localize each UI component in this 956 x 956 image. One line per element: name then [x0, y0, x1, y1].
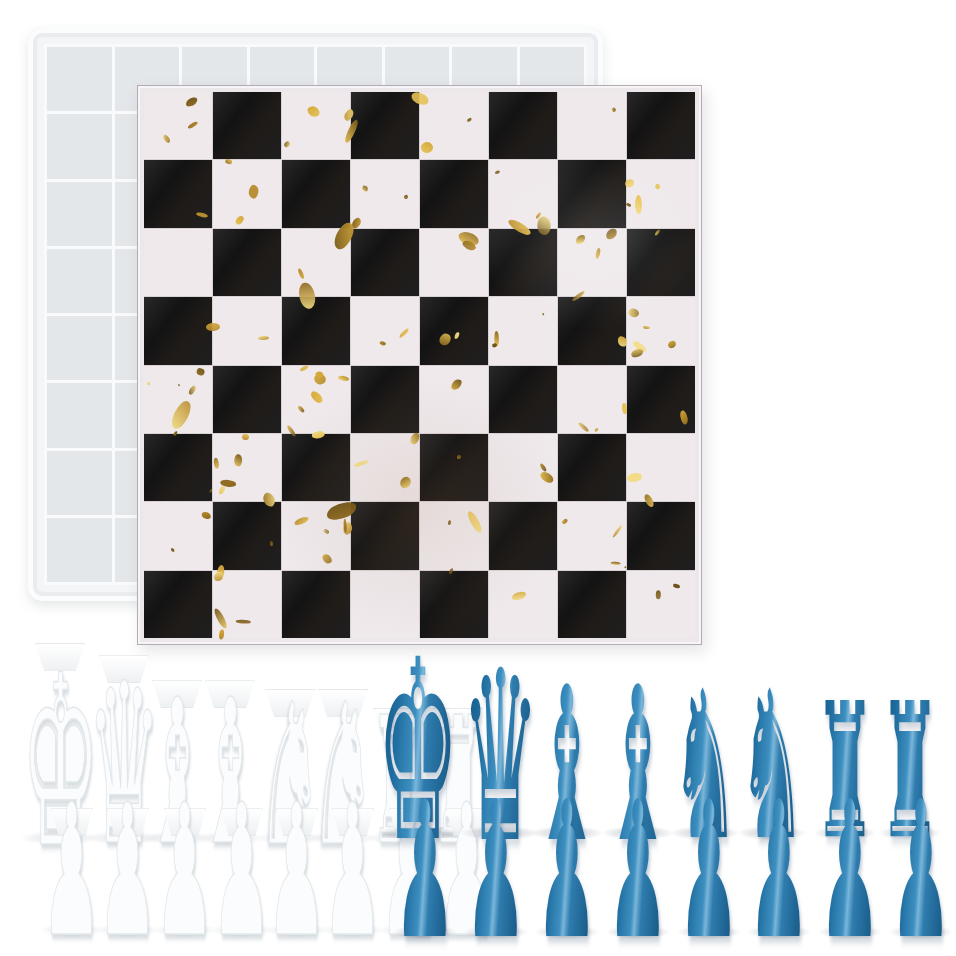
piece-shadow	[21, 831, 100, 845]
piece-shadow	[536, 925, 599, 939]
piece-blue-knight: ♞	[712, 681, 832, 833]
mold-pour-spout-icon	[446, 808, 488, 836]
chess-pawn-glyph-icon: ♟	[98, 780, 159, 956]
mold-pour-spout-icon	[99, 655, 149, 683]
piece-blue-bishop: ♝	[578, 675, 698, 833]
chess-board	[137, 85, 702, 645]
piece-white-mold-queen: ♛	[64, 673, 184, 838]
piece-shadow	[394, 925, 457, 939]
board-square-dark	[420, 571, 488, 638]
piece-shadow	[890, 925, 953, 939]
piece-blue-bishop: ♝	[507, 675, 627, 833]
mold-pour-spout-icon	[164, 808, 206, 836]
board-square-dark	[627, 366, 695, 433]
board-square-light	[489, 160, 557, 227]
mold-tray-cell	[47, 383, 112, 447]
board-square-dark	[213, 229, 281, 296]
board-square-dark	[144, 571, 212, 638]
piece-white-mold-pawn: ♟	[293, 795, 413, 930]
piece-blue-pawn: ♟	[507, 792, 627, 932]
piece-shadow	[197, 831, 264, 845]
piece-blue-pawn: ♟	[436, 792, 556, 932]
board-square-light	[144, 229, 212, 296]
board-square-light	[213, 571, 281, 638]
mold-pour-spout-icon	[51, 808, 93, 836]
board-square-light	[558, 229, 626, 296]
piece-blue-pawn: ♟	[719, 792, 839, 932]
chess-pawn-glyph-icon: ♟	[155, 780, 216, 956]
board-square-light	[213, 434, 281, 501]
board-square-light	[144, 502, 212, 569]
piece-shadow	[258, 831, 323, 845]
piece-blue-pawn: ♟	[649, 792, 769, 932]
chess-pawn-glyph-icon: ♟	[678, 777, 741, 956]
board-square-light	[627, 434, 695, 501]
mold-tray-cell	[47, 249, 112, 313]
board-square-light	[351, 571, 419, 638]
board-square-dark	[282, 160, 350, 227]
board-square-light	[213, 297, 281, 364]
piece-shadow	[607, 925, 670, 939]
chess-bishop-glyph-icon: ♝	[144, 674, 210, 874]
chess-pawn-glyph-icon: ♟	[819, 777, 882, 956]
piece-shadow	[323, 923, 384, 937]
piece-shadow	[212, 923, 273, 937]
chess-king-glyph-icon: ♚	[21, 644, 99, 880]
mold-pour-spout-icon	[221, 808, 263, 836]
piece-shadow	[42, 923, 103, 937]
board-square-light	[420, 92, 488, 159]
mold-pour-spout-icon	[318, 689, 368, 717]
mold-pour-spout-icon	[205, 680, 255, 708]
board-square-dark	[558, 297, 626, 364]
piece-shadow	[671, 826, 739, 840]
board-square-light	[420, 229, 488, 296]
piece-white-mold-pawn: ♟	[12, 795, 132, 930]
board-square-light	[213, 160, 281, 227]
mold-pour-spout-icon	[152, 680, 202, 708]
piece-shadow	[380, 923, 441, 937]
board-square-light	[144, 92, 212, 159]
chess-pawn-glyph-icon: ♟	[607, 777, 670, 956]
chess-queen-glyph-icon: ♛	[461, 639, 539, 875]
mold-pour-spout-icon	[373, 708, 423, 736]
piece-shadow	[603, 826, 674, 840]
chess-pawn-glyph-icon: ♟	[437, 780, 498, 956]
board-square-dark	[144, 434, 212, 501]
chess-queen-glyph-icon: ♛	[87, 655, 161, 878]
mold-tray-cell	[47, 47, 112, 111]
mold-pour-spout-icon	[35, 643, 85, 671]
board-square-dark	[420, 160, 488, 227]
board-square-light	[282, 229, 350, 296]
board-square-dark	[144, 297, 212, 364]
piece-blue-king: ♚	[358, 648, 478, 833]
piece-blue-knight: ♞	[645, 681, 765, 833]
board-square-light	[282, 502, 350, 569]
chess-pawn-glyph-icon: ♟	[380, 780, 441, 956]
board-square-light	[282, 92, 350, 159]
board-square-dark	[351, 92, 419, 159]
piece-blue-rook: ♜	[850, 695, 956, 833]
chess-pawn-glyph-icon: ♟	[323, 780, 384, 956]
board-square-light	[420, 502, 488, 569]
piece-shadow	[311, 831, 376, 845]
piece-white-mold-bishop: ♝	[117, 690, 237, 838]
piece-shadow	[267, 923, 328, 937]
piece-blue-pawn: ♟	[365, 792, 485, 932]
mold-pour-spout-icon	[433, 708, 483, 736]
piece-shadow	[738, 826, 806, 840]
chess-pawn-glyph-icon: ♟	[536, 777, 599, 956]
piece-shadow	[819, 925, 882, 939]
piece-white-mold-rook: ♜	[338, 708, 458, 838]
mold-tray-cell	[47, 114, 112, 178]
piece-shadow	[429, 831, 488, 845]
piece-blue-pawn: ♟	[790, 792, 910, 932]
board-square-light	[282, 366, 350, 433]
board-square-dark	[351, 229, 419, 296]
chess-knight-glyph-icon: ♞	[311, 677, 376, 873]
piece-white-mold-king: ♚	[0, 663, 120, 838]
chess-rook-glyph-icon: ♜	[429, 694, 487, 870]
board-square-dark	[420, 434, 488, 501]
piece-shadow	[369, 831, 428, 845]
board-square-dark	[558, 434, 626, 501]
board-square-light	[489, 571, 557, 638]
board-square-dark	[213, 502, 281, 569]
chess-king-glyph-icon: ♚	[377, 628, 460, 878]
piece-white-mold-pawn: ♟	[237, 795, 357, 930]
board-square-dark	[627, 229, 695, 296]
piece-shadow	[748, 925, 811, 939]
product-photo-stage: ♚♛♝♝♞♞♜♜♟♟♟♟♟♟♟♟♚♛♝♝♞♞♜♜♟♟♟♟♟♟♟♟	[0, 0, 956, 956]
board-square-dark	[213, 92, 281, 159]
chess-pawn-glyph-icon: ♟	[748, 777, 811, 956]
piece-shadow	[155, 923, 216, 937]
piece-shadow	[437, 923, 498, 937]
chess-board-grid	[144, 92, 695, 638]
board-square-light	[144, 366, 212, 433]
piece-shadow	[87, 831, 161, 845]
board-square-dark	[489, 229, 557, 296]
chess-knight-glyph-icon: ♞	[671, 664, 739, 869]
board-square-dark	[144, 160, 212, 227]
piece-blue-pawn: ♟	[578, 792, 698, 932]
piece-blue-queen: ♛	[440, 658, 560, 833]
chess-bishop-glyph-icon: ♝	[603, 658, 674, 871]
piece-shadow	[98, 923, 159, 937]
piece-white-mold-pawn: ♟	[350, 795, 470, 930]
board-square-dark	[627, 92, 695, 159]
board-square-light	[489, 297, 557, 364]
board-square-dark	[489, 502, 557, 569]
board-square-light	[351, 297, 419, 364]
piece-shadow	[461, 826, 540, 840]
chess-knight-glyph-icon: ♞	[258, 677, 323, 873]
board-square-light	[558, 366, 626, 433]
piece-shadow	[532, 826, 603, 840]
board-square-light	[351, 434, 419, 501]
board-square-light	[558, 502, 626, 569]
board-square-dark	[351, 502, 419, 569]
piece-white-mold-pawn: ♟	[182, 795, 302, 930]
piece-blue-pawn: ♟	[861, 792, 956, 932]
board-square-light	[627, 160, 695, 227]
mold-pour-spout-icon	[265, 689, 315, 717]
mold-pour-spout-icon	[389, 808, 431, 836]
board-square-dark	[420, 297, 488, 364]
piece-white-mold-pawn: ♟	[68, 795, 188, 930]
mold-tray-cell	[47, 518, 112, 582]
piece-white-mold-knight: ♞	[230, 693, 350, 838]
piece-white-mold-pawn: ♟	[125, 795, 245, 930]
piece-shadow	[814, 826, 876, 840]
board-square-light	[351, 160, 419, 227]
mold-tray-cell	[47, 451, 112, 515]
board-square-dark	[627, 502, 695, 569]
piece-white-mold-bishop: ♝	[170, 690, 290, 838]
chess-pawn-glyph-icon: ♟	[394, 777, 457, 956]
chess-pawn-glyph-icon: ♟	[465, 777, 528, 956]
piece-white-mold-knight: ♞	[283, 693, 403, 838]
board-square-light	[627, 297, 695, 364]
chess-rook-glyph-icon: ♜	[879, 680, 941, 866]
piece-shadow	[144, 831, 211, 845]
chess-rook-glyph-icon: ♜	[814, 680, 876, 866]
mold-pour-spout-icon	[332, 808, 374, 836]
chess-pawn-glyph-icon: ♟	[212, 780, 273, 956]
piece-white-mold-pawn: ♟	[407, 795, 527, 930]
chess-pawn-glyph-icon: ♟	[42, 780, 103, 956]
board-square-dark	[558, 571, 626, 638]
board-square-dark	[558, 160, 626, 227]
piece-shadow	[678, 925, 741, 939]
board-square-dark	[282, 571, 350, 638]
piece-shadow	[377, 826, 460, 840]
mold-tray-cell	[47, 182, 112, 246]
board-square-dark	[489, 366, 557, 433]
piece-white-mold-rook: ♜	[398, 708, 518, 838]
chess-pawn-glyph-icon: ♟	[267, 780, 328, 956]
chess-knight-glyph-icon: ♞	[738, 664, 806, 869]
piece-blue-rook: ♜	[785, 695, 905, 833]
chess-bishop-glyph-icon: ♝	[197, 674, 263, 874]
board-square-light	[627, 571, 695, 638]
board-square-dark	[351, 366, 419, 433]
board-square-dark	[282, 434, 350, 501]
mold-tray-cell	[47, 316, 112, 380]
piece-shadow	[879, 826, 941, 840]
piece-shadow	[465, 925, 528, 939]
chess-pawn-glyph-icon: ♟	[890, 777, 953, 956]
chess-rook-glyph-icon: ♜	[369, 694, 427, 870]
mold-pour-spout-icon	[276, 808, 318, 836]
board-square-dark	[213, 366, 281, 433]
chess-bishop-glyph-icon: ♝	[532, 658, 603, 871]
mold-pour-spout-icon	[107, 808, 149, 836]
board-square-light	[489, 434, 557, 501]
board-square-light	[420, 366, 488, 433]
board-square-dark	[489, 92, 557, 159]
board-square-dark	[282, 297, 350, 364]
board-square-light	[558, 92, 626, 159]
